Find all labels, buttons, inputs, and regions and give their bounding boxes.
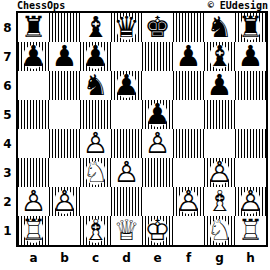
white-pawn[interactable]: ♙ — [49, 187, 80, 216]
square-d6[interactable]: ♟ — [111, 71, 142, 100]
black-pawn[interactable]: ♟ — [204, 71, 235, 100]
square-f1[interactable] — [173, 216, 204, 245]
rank-label-5: 5 — [0, 100, 15, 129]
square-g1[interactable]: ♘ — [204, 216, 235, 245]
black-rook[interactable]: ♜ — [18, 13, 49, 42]
rank-label-1: 1 — [0, 216, 15, 245]
chess-board: ♜♝♛♚♞♜♟♟♟♟♝♟♞♟♟♟♙♙♘♙♙♙♙♙♗♙♖♗♕♔♘♖ — [16, 11, 268, 247]
file-label-g: g — [204, 250, 235, 266]
black-pawn[interactable]: ♟ — [111, 71, 142, 100]
white-pawn[interactable]: ♙ — [204, 158, 235, 187]
black-pawn[interactable]: ♟ — [173, 42, 204, 71]
square-a6[interactable] — [18, 71, 49, 100]
rank-labels: 87654321 — [0, 13, 15, 245]
black-bishop[interactable]: ♝ — [80, 13, 111, 42]
square-g7[interactable]: ♝ — [204, 42, 235, 71]
square-d4[interactable] — [111, 129, 142, 158]
rank-label-4: 4 — [0, 129, 15, 158]
black-queen[interactable]: ♛ — [111, 13, 142, 42]
black-bishop[interactable]: ♝ — [204, 42, 235, 71]
square-g3[interactable]: ♙ — [204, 158, 235, 187]
white-pawn[interactable]: ♙ — [142, 129, 173, 158]
white-king[interactable]: ♔ — [142, 216, 173, 245]
black-pawn[interactable]: ♟ — [235, 42, 266, 71]
square-h8[interactable]: ♜ — [235, 13, 266, 42]
square-f6[interactable] — [173, 71, 204, 100]
square-e6[interactable] — [142, 71, 173, 100]
black-pawn[interactable]: ♟ — [49, 42, 80, 71]
square-b4[interactable] — [49, 129, 80, 158]
square-a1[interactable]: ♖ — [18, 216, 49, 245]
black-knight[interactable]: ♞ — [204, 13, 235, 42]
square-h4[interactable] — [235, 129, 266, 158]
square-b8[interactable] — [49, 13, 80, 42]
square-h1[interactable]: ♖ — [235, 216, 266, 245]
square-d1[interactable]: ♕ — [111, 216, 142, 245]
black-pawn[interactable]: ♟ — [18, 42, 49, 71]
file-label-d: d — [111, 250, 142, 266]
square-b6[interactable] — [49, 71, 80, 100]
square-a3[interactable] — [18, 158, 49, 187]
square-h3[interactable] — [235, 158, 266, 187]
square-f2[interactable]: ♙ — [173, 187, 204, 216]
rank-label-3: 3 — [0, 158, 15, 187]
white-bishop[interactable]: ♗ — [204, 187, 235, 216]
square-g4[interactable] — [204, 129, 235, 158]
square-d8[interactable]: ♛ — [111, 13, 142, 42]
white-pawn[interactable]: ♙ — [18, 187, 49, 216]
square-c7[interactable]: ♟ — [80, 42, 111, 71]
square-e5[interactable]: ♟ — [142, 100, 173, 129]
file-label-b: b — [49, 250, 80, 266]
square-a5[interactable] — [18, 100, 49, 129]
square-f3[interactable] — [173, 158, 204, 187]
chessops-diagram: ChessOps © EUdesign 87654321 ♜♝♛♚♞♜♟♟♟♟♝… — [0, 0, 270, 270]
square-c3[interactable]: ♘ — [80, 158, 111, 187]
square-e3[interactable] — [142, 158, 173, 187]
square-a8[interactable]: ♜ — [18, 13, 49, 42]
white-pawn[interactable]: ♙ — [235, 187, 266, 216]
black-pawn[interactable]: ♟ — [80, 42, 111, 71]
file-label-f: f — [173, 250, 204, 266]
square-h6[interactable] — [235, 71, 266, 100]
rank-label-7: 7 — [0, 42, 15, 71]
square-c4[interactable]: ♙ — [80, 129, 111, 158]
square-f7[interactable]: ♟ — [173, 42, 204, 71]
white-knight[interactable]: ♘ — [80, 158, 111, 187]
black-rook[interactable]: ♜ — [235, 13, 266, 42]
square-d7[interactable] — [111, 42, 142, 71]
white-bishop[interactable]: ♗ — [80, 216, 111, 245]
black-knight[interactable]: ♞ — [80, 71, 111, 100]
file-label-c: c — [80, 250, 111, 266]
white-pawn[interactable]: ♙ — [173, 187, 204, 216]
rank-label-8: 8 — [0, 13, 15, 42]
square-b1[interactable] — [49, 216, 80, 245]
square-b3[interactable] — [49, 158, 80, 187]
square-h5[interactable] — [235, 100, 266, 129]
square-e2[interactable] — [142, 187, 173, 216]
white-rook[interactable]: ♖ — [18, 216, 49, 245]
square-d3[interactable]: ♙ — [111, 158, 142, 187]
square-c8[interactable]: ♝ — [80, 13, 111, 42]
square-e1[interactable]: ♔ — [142, 216, 173, 245]
square-c1[interactable]: ♗ — [80, 216, 111, 245]
white-knight[interactable]: ♘ — [204, 216, 235, 245]
square-b7[interactable]: ♟ — [49, 42, 80, 71]
file-label-h: h — [235, 250, 266, 266]
square-f4[interactable] — [173, 129, 204, 158]
file-label-e: e — [142, 250, 173, 266]
file-labels: abcdefgh — [18, 250, 266, 266]
square-d2[interactable] — [111, 187, 142, 216]
square-g5[interactable] — [204, 100, 235, 129]
square-f8[interactable] — [173, 13, 204, 42]
white-pawn[interactable]: ♙ — [111, 158, 142, 187]
square-a7[interactable]: ♟ — [18, 42, 49, 71]
rank-label-6: 6 — [0, 71, 15, 100]
square-h2[interactable]: ♙ — [235, 187, 266, 216]
black-pawn[interactable]: ♟ — [142, 100, 173, 129]
square-f5[interactable] — [173, 100, 204, 129]
square-c5[interactable] — [80, 100, 111, 129]
rank-label-2: 2 — [0, 187, 15, 216]
square-c2[interactable] — [80, 187, 111, 216]
black-king[interactable]: ♚ — [142, 13, 173, 42]
square-e7[interactable] — [142, 42, 173, 71]
square-g8[interactable]: ♞ — [204, 13, 235, 42]
square-b5[interactable] — [49, 100, 80, 129]
square-e4[interactable]: ♙ — [142, 129, 173, 158]
white-rook[interactable]: ♖ — [235, 216, 266, 245]
square-e8[interactable]: ♚ — [142, 13, 173, 42]
white-pawn[interactable]: ♙ — [80, 129, 111, 158]
square-a4[interactable] — [18, 129, 49, 158]
square-a2[interactable]: ♙ — [18, 187, 49, 216]
square-c6[interactable]: ♞ — [80, 71, 111, 100]
file-label-a: a — [18, 250, 49, 266]
square-g6[interactable]: ♟ — [204, 71, 235, 100]
white-queen[interactable]: ♕ — [111, 216, 142, 245]
square-g2[interactable]: ♗ — [204, 187, 235, 216]
square-h7[interactable]: ♟ — [235, 42, 266, 71]
square-b2[interactable]: ♙ — [49, 187, 80, 216]
square-d5[interactable] — [111, 100, 142, 129]
